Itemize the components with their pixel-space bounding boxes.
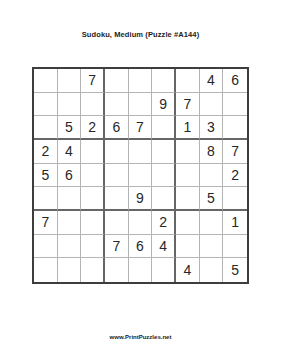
sudoku-cell-r3c3: 2 [81, 116, 105, 140]
sudoku-cell-r9c2 [58, 258, 82, 282]
sudoku-cell-r8c9 [223, 235, 247, 259]
sudoku-cell-r5c7 [176, 164, 200, 188]
sudoku-cell-r2c1 [34, 93, 58, 117]
sudoku-cell-r1c3: 7 [81, 69, 105, 93]
sudoku-cell-r7c5 [129, 211, 153, 235]
sudoku-cell-r2c4 [105, 93, 129, 117]
sudoku-cell-r6c6 [152, 187, 176, 211]
sudoku-cell-r7c9: 1 [223, 211, 247, 235]
sudoku-cell-r6c9 [223, 187, 247, 211]
sudoku-cell-r2c9 [223, 93, 247, 117]
sudoku-cell-r6c5: 9 [129, 187, 153, 211]
sudoku-cell-r3c5: 7 [129, 116, 153, 140]
sudoku-cell-r9c8 [200, 258, 224, 282]
printable-sudoku-page: { "game": "sudoku", "title": "Sudoku, Me… [0, 0, 281, 363]
sudoku-cell-r3c8: 3 [200, 116, 224, 140]
sudoku-cell-r6c7 [176, 187, 200, 211]
sudoku-cell-r3c4: 6 [105, 116, 129, 140]
sudoku-cell-r1c6 [152, 69, 176, 93]
sudoku-cell-r9c9: 5 [223, 258, 247, 282]
sudoku-cell-r7c6: 2 [152, 211, 176, 235]
sudoku-cell-r3c7: 1 [176, 116, 200, 140]
sudoku-cell-r5c3 [81, 164, 105, 188]
footer-url: www.PrintPuzzles.net [0, 334, 281, 340]
sudoku-cell-r7c8 [200, 211, 224, 235]
sudoku-cell-r1c9: 6 [223, 69, 247, 93]
sudoku-cell-r4c6 [152, 140, 176, 164]
sudoku-cell-r7c1: 7 [34, 211, 58, 235]
sudoku-cell-r2c6: 9 [152, 93, 176, 117]
sudoku-cell-r4c9: 7 [223, 140, 247, 164]
sudoku-cell-r5c9: 2 [223, 164, 247, 188]
sudoku-cell-r1c1 [34, 69, 58, 93]
sudoku-cell-r8c6: 4 [152, 235, 176, 259]
sudoku-cell-r4c3 [81, 140, 105, 164]
sudoku-cell-r8c5: 6 [129, 235, 153, 259]
sudoku-cell-r4c8: 8 [200, 140, 224, 164]
sudoku-cell-r8c1 [34, 235, 58, 259]
sudoku-cell-r4c4 [105, 140, 129, 164]
sudoku-cell-r9c3 [81, 258, 105, 282]
sudoku-cell-r5c1: 5 [34, 164, 58, 188]
sudoku-cell-r9c5 [129, 258, 153, 282]
sudoku-cell-r8c7 [176, 235, 200, 259]
sudoku-cell-r3c9 [223, 116, 247, 140]
sudoku-cell-r9c7: 4 [176, 258, 200, 282]
sudoku-cell-r5c4 [105, 164, 129, 188]
sudoku-cell-r5c8 [200, 164, 224, 188]
sudoku-cell-r8c3 [81, 235, 105, 259]
sudoku-cell-r5c2: 6 [58, 164, 82, 188]
sudoku-cell-r1c5 [129, 69, 153, 93]
sudoku-cell-r4c1: 2 [34, 140, 58, 164]
sudoku-cell-r1c2 [58, 69, 82, 93]
sudoku-cell-r3c1 [34, 116, 58, 140]
sudoku-cell-r6c1 [34, 187, 58, 211]
sudoku-cell-r2c3 [81, 93, 105, 117]
sudoku-cell-r4c5 [129, 140, 153, 164]
sudoku-cell-r5c6 [152, 164, 176, 188]
sudoku-cell-r7c2 [58, 211, 82, 235]
sudoku-cell-r2c8 [200, 93, 224, 117]
sudoku-cell-r7c3 [81, 211, 105, 235]
sudoku-cell-r6c8: 5 [200, 187, 224, 211]
sudoku-cell-r4c2: 4 [58, 140, 82, 164]
sudoku-cell-r9c1 [34, 258, 58, 282]
sudoku-grid: 7469752671324875629572176445 [32, 67, 249, 284]
sudoku-cell-r3c2: 5 [58, 116, 82, 140]
sudoku-cell-r3c6 [152, 116, 176, 140]
sudoku-cell-r7c7 [176, 211, 200, 235]
sudoku-cell-r7c4 [105, 211, 129, 235]
sudoku-cell-r6c4 [105, 187, 129, 211]
sudoku-cell-r8c2 [58, 235, 82, 259]
sudoku-cell-r8c8 [200, 235, 224, 259]
sudoku-cell-r9c6 [152, 258, 176, 282]
sudoku-cell-r6c2 [58, 187, 82, 211]
sudoku-cell-r1c4 [105, 69, 129, 93]
sudoku-cell-r8c4: 7 [105, 235, 129, 259]
sudoku-cell-r5c5 [129, 164, 153, 188]
sudoku-cell-r4c7 [176, 140, 200, 164]
sudoku-cell-r2c7: 7 [176, 93, 200, 117]
sudoku-cell-r1c7 [176, 69, 200, 93]
page-title: Sudoku, Medium (Puzzle #A144) [0, 30, 281, 39]
sudoku-cell-r2c2 [58, 93, 82, 117]
sudoku-cell-r2c5 [129, 93, 153, 117]
sudoku-cell-r9c4 [105, 258, 129, 282]
sudoku-cell-r1c8: 4 [200, 69, 224, 93]
sudoku-cell-r6c3 [81, 187, 105, 211]
